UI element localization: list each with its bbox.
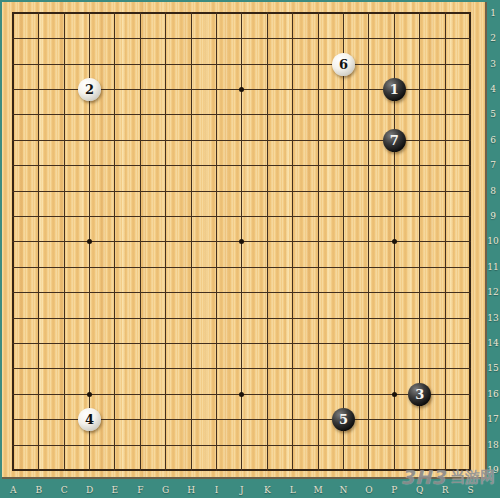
row-label-15: 15 (486, 363, 500, 374)
board-frame: 1234567 12345678910111213141516171819ABC… (0, 0, 500, 498)
column-label-N: N (336, 483, 352, 498)
column-label-C: C (56, 483, 72, 498)
stone-black-move-7-P6: 7 (383, 129, 406, 152)
column-label-S: S (463, 483, 479, 498)
grid-line-col-O (368, 12, 369, 471)
stone-white-move-2-D4: 2 (78, 78, 101, 101)
row-label-17: 17 (486, 414, 500, 425)
column-label-A: A (5, 483, 21, 498)
grid-line-row-14 (12, 343, 471, 344)
row-label-5: 5 (486, 109, 500, 120)
row-label-8: 8 (486, 186, 500, 197)
move-number: 5 (339, 413, 348, 426)
grid-line-row-12 (12, 292, 471, 293)
move-number: 7 (390, 134, 399, 147)
row-label-1: 1 (486, 8, 500, 19)
row-label-18: 18 (486, 440, 500, 451)
grid-line-row-15 (12, 368, 471, 369)
column-label-G: G (158, 483, 174, 498)
move-number: 3 (415, 388, 424, 401)
column-label-Q: Q (412, 483, 428, 498)
row-label-14: 14 (486, 338, 500, 349)
grid-line-row-18 (12, 445, 471, 446)
column-label-J: J (234, 483, 250, 498)
row-label-12: 12 (486, 287, 500, 298)
row-label-3: 3 (486, 59, 500, 70)
column-label-M: M (310, 483, 326, 498)
column-label-H: H (183, 483, 199, 498)
star-point-P16 (392, 392, 397, 397)
stone-white-move-6-N3: 6 (332, 53, 355, 76)
column-label-O: O (361, 483, 377, 498)
row-label-19: 19 (486, 465, 500, 476)
move-number: 4 (85, 413, 94, 426)
row-label-2: 2 (486, 33, 500, 44)
column-label-I: I (209, 483, 225, 498)
column-label-E: E (107, 483, 123, 498)
grid-line-col-K (267, 12, 268, 471)
column-label-B: B (31, 483, 47, 498)
row-label-7: 7 (486, 160, 500, 171)
move-number: 2 (85, 83, 94, 96)
grid-line-col-M (318, 12, 319, 471)
column-label-D: D (82, 483, 98, 498)
grid-line-row-13 (12, 318, 471, 319)
column-label-L: L (285, 483, 301, 498)
grid-line-row-11 (12, 267, 471, 268)
column-label-P: P (386, 483, 402, 498)
row-label-16: 16 (486, 389, 500, 400)
go-board: 1234567 (2, 2, 487, 479)
move-number: 1 (390, 83, 399, 96)
grid-line-col-L (292, 12, 293, 471)
column-label-R: R (437, 483, 453, 498)
row-label-4: 4 (486, 84, 500, 95)
row-label-10: 10 (486, 236, 500, 247)
stone-black-move-3-Q16: 3 (408, 383, 431, 406)
grid-line-col-N (343, 12, 344, 471)
star-point-D16 (87, 392, 92, 397)
stone-black-move-1-P4: 1 (383, 78, 406, 101)
row-label-13: 13 (486, 313, 500, 324)
move-number: 6 (339, 58, 348, 71)
row-label-9: 9 (486, 211, 500, 222)
row-label-6: 6 (486, 135, 500, 146)
grid-line-col-R (445, 12, 446, 471)
row-label-11: 11 (486, 262, 500, 273)
column-label-K: K (259, 483, 275, 498)
column-label-F: F (132, 483, 148, 498)
